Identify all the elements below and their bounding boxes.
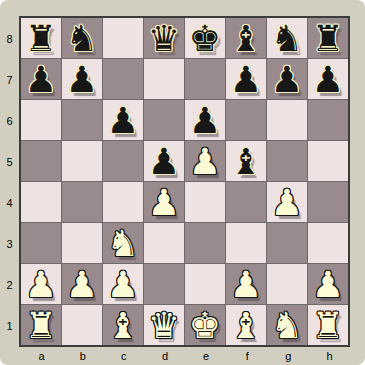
square-e1[interactable]: ♚ [185,305,225,345]
square-b1[interactable] [62,305,102,345]
file-label-c: c [103,348,144,363]
white-rook-piece[interactable]: ♜ [308,305,348,345]
square-h7[interactable]: ♟ [308,59,348,99]
square-a3[interactable] [21,223,61,263]
square-g1[interactable]: ♞ [267,305,307,345]
square-b8[interactable]: ♞ [62,18,102,58]
white-pawn-piece[interactable]: ♟ [185,141,225,181]
rank-label-5: 5 [0,141,19,182]
square-f3[interactable] [226,223,266,263]
file-label-h: h [309,348,350,363]
square-b7[interactable]: ♟ [62,59,102,99]
square-h2[interactable]: ♟ [308,264,348,304]
square-a2[interactable]: ♟ [21,264,61,304]
square-f1[interactable]: ♝ [226,305,266,345]
square-a6[interactable] [21,100,61,140]
square-c6[interactable]: ♟ [103,100,143,140]
white-queen-piece[interactable]: ♛ [144,305,184,345]
square-a7[interactable]: ♟ [21,59,61,99]
square-f8[interactable]: ♝ [226,18,266,58]
rank-label-2: 2 [0,265,19,306]
black-pawn-piece[interactable]: ♟ [185,100,225,140]
black-pawn-piece[interactable]: ♟ [144,141,184,181]
black-pawn-piece[interactable]: ♟ [267,59,307,99]
square-f5[interactable]: ♝ [226,141,266,181]
square-c7[interactable] [103,59,143,99]
square-g3[interactable] [267,223,307,263]
rank-label-3: 3 [0,224,19,265]
rank-label-1: 1 [0,306,19,347]
black-rook-piece[interactable]: ♜ [308,18,348,58]
square-c5[interactable] [103,141,143,181]
square-g5[interactable] [267,141,307,181]
file-labels: abcdefgh [21,348,350,363]
white-pawn-piece[interactable]: ♟ [21,264,61,304]
rank-labels: 87654321 [0,18,19,347]
square-f7[interactable]: ♟ [226,59,266,99]
square-d2[interactable] [144,264,184,304]
black-pawn-piece[interactable]: ♟ [226,59,266,99]
black-pawn-piece[interactable]: ♟ [308,59,348,99]
square-c8[interactable] [103,18,143,58]
black-bishop-piece[interactable]: ♝ [226,141,266,181]
square-f6[interactable] [226,100,266,140]
square-d7[interactable] [144,59,184,99]
white-pawn-piece[interactable]: ♟ [144,182,184,222]
square-a5[interactable] [21,141,61,181]
square-f4[interactable] [226,182,266,222]
square-h3[interactable] [308,223,348,263]
square-e3[interactable] [185,223,225,263]
square-b4[interactable] [62,182,102,222]
square-d4[interactable]: ♟ [144,182,184,222]
file-label-b: b [62,348,103,363]
square-g4[interactable]: ♟ [267,182,307,222]
white-rook-piece[interactable]: ♜ [21,305,61,345]
square-b5[interactable] [62,141,102,181]
square-d6[interactable] [144,100,184,140]
file-label-a: a [21,348,62,363]
square-g8[interactable]: ♞ [267,18,307,58]
rank-label-4: 4 [0,183,19,224]
square-h1[interactable]: ♜ [308,305,348,345]
square-b2[interactable]: ♟ [62,264,102,304]
black-bishop-piece[interactable]: ♝ [226,18,266,58]
square-g7[interactable]: ♟ [267,59,307,99]
square-h5[interactable] [308,141,348,181]
square-b6[interactable] [62,100,102,140]
rank-label-7: 7 [0,59,19,100]
black-knight-piece[interactable]: ♞ [267,18,307,58]
square-c2[interactable]: ♟ [103,264,143,304]
square-h6[interactable] [308,100,348,140]
square-e2[interactable] [185,264,225,304]
square-h8[interactable]: ♜ [308,18,348,58]
square-e5[interactable]: ♟ [185,141,225,181]
black-king-piece[interactable]: ♚ [185,18,225,58]
square-a8[interactable]: ♜ [21,18,61,58]
black-queen-piece[interactable]: ♛ [144,18,184,58]
square-h4[interactable] [308,182,348,222]
white-bishop-piece[interactable]: ♝ [103,305,143,345]
file-label-g: g [268,348,309,363]
square-e8[interactable]: ♚ [185,18,225,58]
white-pawn-piece[interactable]: ♟ [267,182,307,222]
white-bishop-piece[interactable]: ♝ [226,305,266,345]
black-pawn-piece[interactable]: ♟ [21,59,61,99]
square-c3[interactable]: ♞ [103,223,143,263]
white-pawn-piece[interactable]: ♟ [62,264,102,304]
square-c1[interactable]: ♝ [103,305,143,345]
square-e7[interactable] [185,59,225,99]
square-a4[interactable] [21,182,61,222]
square-a1[interactable]: ♜ [21,305,61,345]
square-g2[interactable] [267,264,307,304]
white-king-piece[interactable]: ♚ [185,305,225,345]
square-d8[interactable]: ♛ [144,18,184,58]
file-label-e: e [186,348,227,363]
black-pawn-piece[interactable]: ♟ [103,100,143,140]
white-pawn-piece[interactable]: ♟ [308,264,348,304]
file-label-d: d [144,348,185,363]
chess-board: ♜♞♛♚♝♞♜♟♟♟♟♟♟♟♟♟♝♟♟♞♟♟♟♟♟♜♝♛♚♝♞♜ [19,16,350,347]
file-label-f: f [227,348,268,363]
square-d3[interactable] [144,223,184,263]
square-g6[interactable] [267,100,307,140]
square-b3[interactable] [62,223,102,263]
chess-window: 87654321 ♜♞♛♚♝♞♜♟♟♟♟♟♟♟♟♟♝♟♟♞♟♟♟♟♟♜♝♛♚♝♞… [0,0,365,365]
black-rook-piece[interactable]: ♜ [21,18,61,58]
white-knight-piece[interactable]: ♞ [267,305,307,345]
rank-label-8: 8 [0,18,19,59]
square-f2[interactable]: ♟ [226,264,266,304]
square-c4[interactable] [103,182,143,222]
square-e4[interactable] [185,182,225,222]
square-d1[interactable]: ♛ [144,305,184,345]
rank-label-6: 6 [0,100,19,141]
black-pawn-piece[interactable]: ♟ [62,59,102,99]
white-knight-piece[interactable]: ♞ [103,223,143,263]
square-d5[interactable]: ♟ [144,141,184,181]
white-pawn-piece[interactable]: ♟ [226,264,266,304]
white-pawn-piece[interactable]: ♟ [103,264,143,304]
black-knight-piece[interactable]: ♞ [62,18,102,58]
square-e6[interactable]: ♟ [185,100,225,140]
